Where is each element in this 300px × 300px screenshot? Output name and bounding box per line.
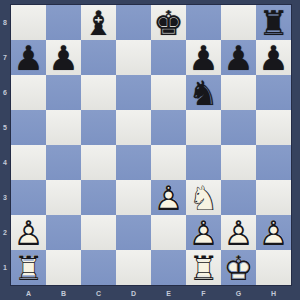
- file-label-e: E: [151, 286, 186, 300]
- square-b1[interactable]: [46, 250, 81, 285]
- square-b3[interactable]: [46, 180, 81, 215]
- square-h1[interactable]: [256, 250, 291, 285]
- piece-glyph-outline: ♙: [256, 215, 291, 250]
- square-b7[interactable]: ♟: [46, 40, 81, 75]
- white-knight-piece[interactable]: ♞♘: [186, 180, 221, 215]
- square-f7[interactable]: ♟: [186, 40, 221, 75]
- piece-glyph-outline: ♖: [11, 250, 46, 285]
- square-h4[interactable]: [256, 145, 291, 180]
- chess-diagram: 87654321 ♝♚♜♟♟♟♟♟♞♟♙♞♘♟♙♟♙♟♙♟♙♜♖♜♖♚♔ ABC…: [0, 0, 300, 300]
- square-b8[interactable]: [46, 5, 81, 40]
- black-pawn-piece[interactable]: ♟: [256, 40, 291, 75]
- square-e5[interactable]: [151, 110, 186, 145]
- square-f4[interactable]: [186, 145, 221, 180]
- square-g4[interactable]: [221, 145, 256, 180]
- square-a1[interactable]: ♜♖: [11, 250, 46, 285]
- square-a7[interactable]: ♟: [11, 40, 46, 75]
- chess-board[interactable]: ♝♚♜♟♟♟♟♟♞♟♙♞♘♟♙♟♙♟♙♟♙♜♖♜♖♚♔: [11, 5, 291, 285]
- white-rook-piece[interactable]: ♜♖: [11, 250, 46, 285]
- square-g2[interactable]: ♟♙: [221, 215, 256, 250]
- square-a5[interactable]: [11, 110, 46, 145]
- rank-label-5: 5: [0, 110, 10, 145]
- black-bishop-piece[interactable]: ♝: [81, 5, 116, 40]
- white-pawn-piece[interactable]: ♟♙: [11, 215, 46, 250]
- square-a8[interactable]: [11, 5, 46, 40]
- white-pawn-piece[interactable]: ♟♙: [151, 180, 186, 215]
- square-d2[interactable]: [116, 215, 151, 250]
- file-labels: ABCDEFGH: [11, 286, 291, 300]
- square-a6[interactable]: [11, 75, 46, 110]
- square-h5[interactable]: [256, 110, 291, 145]
- square-g6[interactable]: [221, 75, 256, 110]
- piece-glyph-outline: ♘: [186, 180, 221, 215]
- square-f1[interactable]: ♜♖: [186, 250, 221, 285]
- square-d4[interactable]: [116, 145, 151, 180]
- square-e1[interactable]: [151, 250, 186, 285]
- file-label-h: H: [256, 286, 291, 300]
- square-g1[interactable]: ♚♔: [221, 250, 256, 285]
- piece-glyph-outline: ♖: [186, 250, 221, 285]
- square-h8[interactable]: ♜: [256, 5, 291, 40]
- rank-label-7: 7: [0, 40, 10, 75]
- white-rook-piece[interactable]: ♜♖: [186, 250, 221, 285]
- black-pawn-piece[interactable]: ♟: [46, 40, 81, 75]
- square-c4[interactable]: [81, 145, 116, 180]
- piece-glyph-outline: ♙: [11, 215, 46, 250]
- white-pawn-piece[interactable]: ♟♙: [186, 215, 221, 250]
- square-c3[interactable]: [81, 180, 116, 215]
- square-c1[interactable]: [81, 250, 116, 285]
- rank-label-8: 8: [0, 5, 10, 40]
- rank-label-2: 2: [0, 215, 10, 250]
- rank-label-1: 1: [0, 250, 10, 285]
- square-e2[interactable]: [151, 215, 186, 250]
- black-pawn-piece[interactable]: ♟: [186, 40, 221, 75]
- square-b6[interactable]: [46, 75, 81, 110]
- square-d6[interactable]: [116, 75, 151, 110]
- square-g3[interactable]: [221, 180, 256, 215]
- square-b2[interactable]: [46, 215, 81, 250]
- file-label-a: A: [11, 286, 46, 300]
- black-rook-piece[interactable]: ♜: [256, 5, 291, 40]
- white-pawn-piece[interactable]: ♟♙: [256, 215, 291, 250]
- square-f8[interactable]: [186, 5, 221, 40]
- square-d8[interactable]: [116, 5, 151, 40]
- square-g5[interactable]: [221, 110, 256, 145]
- piece-glyph-outline: ♙: [186, 215, 221, 250]
- white-king-piece[interactable]: ♚♔: [221, 250, 256, 285]
- black-pawn-piece[interactable]: ♟: [221, 40, 256, 75]
- black-knight-piece[interactable]: ♞: [186, 75, 221, 110]
- square-h7[interactable]: ♟: [256, 40, 291, 75]
- square-a4[interactable]: [11, 145, 46, 180]
- square-b5[interactable]: [46, 110, 81, 145]
- rank-label-3: 3: [0, 180, 10, 215]
- file-label-d: D: [116, 286, 151, 300]
- file-label-f: F: [186, 286, 221, 300]
- piece-glyph-outline: ♙: [151, 180, 186, 215]
- square-g8[interactable]: [221, 5, 256, 40]
- square-d5[interactable]: [116, 110, 151, 145]
- square-b4[interactable]: [46, 145, 81, 180]
- square-g7[interactable]: ♟: [221, 40, 256, 75]
- piece-glyph-outline: ♙: [221, 215, 256, 250]
- piece-glyph-outline: ♔: [221, 250, 256, 285]
- square-h3[interactable]: [256, 180, 291, 215]
- square-c7[interactable]: [81, 40, 116, 75]
- square-d7[interactable]: [116, 40, 151, 75]
- square-a3[interactable]: [11, 180, 46, 215]
- black-pawn-piece[interactable]: ♟: [11, 40, 46, 75]
- square-d1[interactable]: [116, 250, 151, 285]
- black-king-piece[interactable]: ♚: [151, 5, 186, 40]
- square-a2[interactable]: ♟♙: [11, 215, 46, 250]
- rank-label-6: 6: [0, 75, 10, 110]
- rank-label-4: 4: [0, 145, 10, 180]
- white-pawn-piece[interactable]: ♟♙: [221, 215, 256, 250]
- square-e8[interactable]: ♚: [151, 5, 186, 40]
- rank-labels: 87654321: [0, 5, 10, 285]
- square-f2[interactable]: ♟♙: [186, 215, 221, 250]
- square-e4[interactable]: [151, 145, 186, 180]
- square-f3[interactable]: ♞♘: [186, 180, 221, 215]
- file-label-g: G: [221, 286, 256, 300]
- square-c2[interactable]: [81, 215, 116, 250]
- file-label-c: C: [81, 286, 116, 300]
- square-e7[interactable]: [151, 40, 186, 75]
- square-c5[interactable]: [81, 110, 116, 145]
- square-f6[interactable]: ♞: [186, 75, 221, 110]
- square-e3[interactable]: ♟♙: [151, 180, 186, 215]
- file-label-b: B: [46, 286, 81, 300]
- square-h6[interactable]: [256, 75, 291, 110]
- square-c8[interactable]: ♝: [81, 5, 116, 40]
- square-c6[interactable]: [81, 75, 116, 110]
- square-h2[interactable]: ♟♙: [256, 215, 291, 250]
- square-e6[interactable]: [151, 75, 186, 110]
- square-f5[interactable]: [186, 110, 221, 145]
- square-d3[interactable]: [116, 180, 151, 215]
